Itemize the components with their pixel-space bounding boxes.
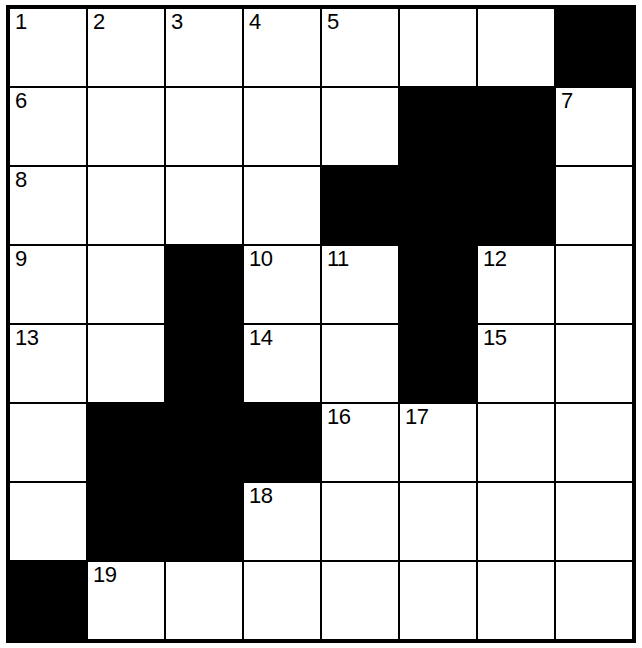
cell-r5c2[interactable] bbox=[88, 325, 164, 402]
clue-number-6: 6 bbox=[15, 88, 27, 114]
cell-r2c5[interactable] bbox=[322, 88, 398, 165]
clue-number-14: 14 bbox=[249, 325, 272, 351]
cell-r7c7[interactable] bbox=[478, 483, 554, 560]
cell-r2c8[interactable]: 7 bbox=[556, 88, 632, 165]
clue-number-12: 12 bbox=[483, 246, 506, 272]
black-cell-r6c3 bbox=[166, 404, 242, 481]
black-cell-r6c4 bbox=[244, 404, 320, 481]
clue-number-16: 16 bbox=[327, 404, 350, 430]
cell-r4c7[interactable]: 12 bbox=[478, 246, 554, 323]
cell-r5c8[interactable] bbox=[556, 325, 632, 402]
black-cell-r4c6 bbox=[400, 246, 476, 323]
clue-number-8: 8 bbox=[15, 167, 27, 193]
cell-r7c5[interactable] bbox=[322, 483, 398, 560]
cell-r4c1[interactable]: 9 bbox=[10, 246, 86, 323]
cell-r3c3[interactable] bbox=[166, 167, 242, 244]
black-cell-r2c7 bbox=[478, 88, 554, 165]
clue-number-4: 4 bbox=[249, 9, 261, 35]
clue-number-15: 15 bbox=[483, 325, 506, 351]
clue-number-1: 1 bbox=[15, 9, 27, 35]
black-cell-r3c5 bbox=[322, 167, 398, 244]
cell-r8c6[interactable] bbox=[400, 562, 476, 639]
clue-number-5: 5 bbox=[327, 9, 339, 35]
crossword-grid: 12345678910111213141516171819 bbox=[6, 5, 636, 643]
black-cell-r6c2 bbox=[88, 404, 164, 481]
cell-r7c8[interactable] bbox=[556, 483, 632, 560]
black-cell-r7c2 bbox=[88, 483, 164, 560]
cell-r8c3[interactable] bbox=[166, 562, 242, 639]
cell-r6c8[interactable] bbox=[556, 404, 632, 481]
clue-number-18: 18 bbox=[249, 483, 272, 509]
cell-r4c5[interactable]: 11 bbox=[322, 246, 398, 323]
clue-number-3: 3 bbox=[171, 9, 183, 35]
cell-r1c6[interactable] bbox=[400, 9, 476, 86]
cell-r5c1[interactable]: 13 bbox=[10, 325, 86, 402]
black-cell-r1c8 bbox=[556, 9, 632, 86]
black-cell-r5c3 bbox=[166, 325, 242, 402]
cell-r3c2[interactable] bbox=[88, 167, 164, 244]
clue-number-7: 7 bbox=[561, 88, 573, 114]
cell-r6c7[interactable] bbox=[478, 404, 554, 481]
cell-r8c7[interactable] bbox=[478, 562, 554, 639]
clue-number-13: 13 bbox=[15, 325, 38, 351]
black-cell-r7c3 bbox=[166, 483, 242, 560]
cell-r4c8[interactable] bbox=[556, 246, 632, 323]
cell-r7c6[interactable] bbox=[400, 483, 476, 560]
cell-r4c2[interactable] bbox=[88, 246, 164, 323]
black-cell-r5c6 bbox=[400, 325, 476, 402]
cell-r6c1[interactable] bbox=[10, 404, 86, 481]
black-cell-r3c6 bbox=[400, 167, 476, 244]
crossword-page: 12345678910111213141516171819 bbox=[0, 0, 642, 643]
cell-r3c8[interactable] bbox=[556, 167, 632, 244]
cell-r5c4[interactable]: 14 bbox=[244, 325, 320, 402]
clue-number-9: 9 bbox=[15, 246, 27, 272]
cell-r6c6[interactable]: 17 bbox=[400, 404, 476, 481]
cell-r6c5[interactable]: 16 bbox=[322, 404, 398, 481]
cell-r1c5[interactable]: 5 bbox=[322, 9, 398, 86]
black-cell-r2c6 bbox=[400, 88, 476, 165]
black-cell-r4c3 bbox=[166, 246, 242, 323]
clue-number-10: 10 bbox=[249, 246, 272, 272]
cell-r7c4[interactable]: 18 bbox=[244, 483, 320, 560]
cell-r2c2[interactable] bbox=[88, 88, 164, 165]
cell-r8c4[interactable] bbox=[244, 562, 320, 639]
cell-r7c1[interactable] bbox=[10, 483, 86, 560]
cell-r2c4[interactable] bbox=[244, 88, 320, 165]
cell-r4c4[interactable]: 10 bbox=[244, 246, 320, 323]
cell-r3c4[interactable] bbox=[244, 167, 320, 244]
black-cell-r8c1 bbox=[10, 562, 86, 639]
clue-number-17: 17 bbox=[405, 404, 428, 430]
cell-r3c1[interactable]: 8 bbox=[10, 167, 86, 244]
clue-number-2: 2 bbox=[93, 9, 105, 35]
cell-r1c3[interactable]: 3 bbox=[166, 9, 242, 86]
black-cell-r3c7 bbox=[478, 167, 554, 244]
cell-r1c2[interactable]: 2 bbox=[88, 9, 164, 86]
cell-r8c2[interactable]: 19 bbox=[88, 562, 164, 639]
cell-r2c1[interactable]: 6 bbox=[10, 88, 86, 165]
cell-r8c5[interactable] bbox=[322, 562, 398, 639]
clue-number-11: 11 bbox=[327, 246, 349, 272]
cell-r5c7[interactable]: 15 bbox=[478, 325, 554, 402]
cell-r1c4[interactable]: 4 bbox=[244, 9, 320, 86]
cell-r5c5[interactable] bbox=[322, 325, 398, 402]
cell-r8c8[interactable] bbox=[556, 562, 632, 639]
cell-r1c7[interactable] bbox=[478, 9, 554, 86]
cell-r1c1[interactable]: 1 bbox=[10, 9, 86, 86]
cell-r2c3[interactable] bbox=[166, 88, 242, 165]
clue-number-19: 19 bbox=[93, 562, 116, 588]
